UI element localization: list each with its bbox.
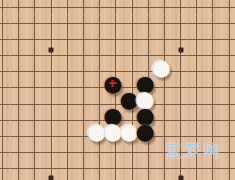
board-intersection: ●	[156, 64, 172, 80]
board-intersection	[27, 144, 43, 160]
board-intersection	[59, 0, 75, 16]
board-intersection	[124, 176, 140, 180]
board-intersection	[172, 96, 188, 112]
star-point	[178, 47, 183, 52]
board-intersection	[156, 96, 172, 112]
board-intersection	[124, 0, 140, 16]
board-intersection	[92, 16, 108, 32]
board-intersection	[11, 96, 27, 112]
board-intersection	[0, 160, 11, 176]
board-intersection	[92, 176, 108, 180]
board-intersection	[11, 144, 27, 160]
board-intersection	[43, 128, 59, 144]
board-intersection	[0, 80, 11, 96]
board-intersection	[75, 64, 91, 80]
board-intersection	[59, 176, 75, 180]
board-intersection	[59, 160, 75, 176]
board-intersection	[221, 144, 235, 160]
board-intersection	[189, 32, 205, 48]
board-intersection	[27, 64, 43, 80]
board-intersection	[11, 48, 27, 64]
board-intersection	[43, 160, 59, 176]
board-intersection	[189, 0, 205, 16]
board-intersection	[75, 32, 91, 48]
board-intersection	[108, 48, 124, 64]
board-intersection	[189, 16, 205, 32]
board-intersection	[92, 144, 108, 160]
board-intersection	[43, 80, 59, 96]
board-intersection	[189, 160, 205, 176]
board-intersection	[108, 160, 124, 176]
board-intersection	[140, 176, 156, 180]
board-intersection	[205, 16, 221, 32]
board-intersection	[59, 64, 75, 80]
board-intersection	[11, 176, 27, 180]
board-intersection	[11, 128, 27, 144]
board-intersection	[59, 128, 75, 144]
board-intersection	[108, 176, 124, 180]
board-intersection	[0, 128, 11, 144]
board-intersection	[205, 0, 221, 16]
board-intersection	[205, 144, 221, 160]
board-intersection	[0, 0, 11, 16]
board-intersection	[205, 80, 221, 96]
board-intersection	[0, 96, 11, 112]
board-intersection	[172, 80, 188, 96]
board-intersection	[140, 32, 156, 48]
board-intersection	[140, 160, 156, 176]
board-intersection	[75, 144, 91, 160]
board-intersection	[27, 176, 43, 180]
board-intersection	[172, 16, 188, 32]
board-intersection	[75, 160, 91, 176]
board-intersection	[156, 16, 172, 32]
board-intersection	[108, 32, 124, 48]
star-point	[178, 176, 183, 180]
board-intersection	[0, 32, 11, 48]
board-intersection	[172, 64, 188, 80]
board-intersection	[221, 80, 235, 96]
board-intersection	[156, 80, 172, 96]
board-intersection	[27, 48, 43, 64]
board-intersection	[205, 48, 221, 64]
board-intersection	[221, 176, 235, 180]
board-intersection	[59, 32, 75, 48]
board-intersection	[27, 112, 43, 128]
board-intersection	[189, 176, 205, 180]
board-intersection	[43, 64, 59, 80]
board-intersection	[11, 112, 27, 128]
board-intersection	[205, 96, 221, 112]
board-intersection	[27, 32, 43, 48]
board-intersection	[11, 160, 27, 176]
board-intersection	[11, 32, 27, 48]
board-intersection	[205, 176, 221, 180]
board-intersection	[172, 144, 188, 160]
board-intersection	[189, 112, 205, 128]
board-intersection	[189, 128, 205, 144]
board-intersection	[43, 96, 59, 112]
board-intersection	[11, 80, 27, 96]
board-intersection	[156, 144, 172, 160]
board-intersection	[172, 176, 188, 180]
board-intersection	[156, 176, 172, 180]
go-board-grid: ●●●●●●●●●●●	[0, 0, 235, 180]
board-intersection	[156, 128, 172, 144]
board-intersection	[11, 0, 27, 16]
board-intersection	[108, 144, 124, 160]
board-intersection	[221, 160, 235, 176]
board-intersection	[27, 0, 43, 16]
board-intersection	[221, 0, 235, 16]
board-intersection	[205, 128, 221, 144]
board-intersection	[0, 144, 11, 160]
board-intersection	[59, 96, 75, 112]
board-intersection	[27, 96, 43, 112]
board-intersection	[43, 16, 59, 32]
board-intersection	[27, 80, 43, 96]
board-intersection	[172, 128, 188, 144]
board-intersection	[0, 16, 11, 32]
board-intersection	[75, 48, 91, 64]
board-intersection	[43, 112, 59, 128]
board-intersection	[221, 64, 235, 80]
board-intersection	[43, 0, 59, 16]
board-intersection	[0, 112, 11, 128]
board-intersection	[172, 160, 188, 176]
board-intersection	[59, 144, 75, 160]
board-intersection	[172, 112, 188, 128]
board-intersection	[189, 96, 205, 112]
board-intersection	[172, 48, 188, 64]
board-intersection	[59, 16, 75, 32]
board-intersection	[205, 32, 221, 48]
board-intersection	[140, 0, 156, 16]
board-intersection	[75, 80, 91, 96]
go-board: ●●●●●●●●●●● 蓝梦网	[0, 0, 235, 180]
board-intersection	[156, 160, 172, 176]
board-intersection	[27, 128, 43, 144]
board-intersection	[43, 144, 59, 160]
board-intersection	[43, 32, 59, 48]
board-intersection	[221, 112, 235, 128]
board-intersection: ●	[140, 128, 156, 144]
board-intersection	[75, 0, 91, 16]
board-intersection	[43, 176, 59, 180]
board-intersection	[124, 160, 140, 176]
board-intersection	[156, 32, 172, 48]
board-intersection	[75, 96, 91, 112]
board-intersection	[0, 48, 11, 64]
board-intersection	[43, 48, 59, 64]
board-intersection	[221, 128, 235, 144]
board-intersection	[189, 48, 205, 64]
board-intersection	[75, 16, 91, 32]
board-intersection	[59, 48, 75, 64]
board-intersection	[92, 48, 108, 64]
board-intersection	[75, 176, 91, 180]
board-intersection	[221, 48, 235, 64]
board-intersection	[27, 16, 43, 32]
board-intersection	[140, 144, 156, 160]
board-intersection	[108, 16, 124, 32]
board-intersection	[92, 160, 108, 176]
board-intersection	[27, 160, 43, 176]
board-intersection	[0, 176, 11, 180]
red-cross-move-marker-icon	[109, 80, 116, 87]
board-intersection	[205, 64, 221, 80]
board-intersection	[140, 16, 156, 32]
board-intersection	[205, 160, 221, 176]
star-point	[49, 47, 54, 52]
star-point	[49, 176, 54, 180]
board-intersection	[189, 64, 205, 80]
board-intersection	[189, 144, 205, 160]
board-intersection	[0, 64, 11, 80]
board-intersection	[221, 32, 235, 48]
board-intersection	[156, 0, 172, 16]
board-intersection	[11, 16, 27, 32]
board-intersection	[92, 0, 108, 16]
board-intersection	[221, 96, 235, 112]
board-intersection	[59, 80, 75, 96]
board-intersection	[221, 16, 235, 32]
board-intersection	[172, 32, 188, 48]
board-intersection	[205, 112, 221, 128]
board-intersection	[124, 32, 140, 48]
board-intersection	[156, 112, 172, 128]
board-intersection	[59, 112, 75, 128]
board-intersection	[124, 48, 140, 64]
board-intersection	[11, 64, 27, 80]
board-intersection	[108, 0, 124, 16]
board-intersection	[92, 32, 108, 48]
board-intersection	[189, 80, 205, 96]
board-intersection	[124, 16, 140, 32]
board-intersection	[124, 144, 140, 160]
board-intersection	[172, 0, 188, 16]
